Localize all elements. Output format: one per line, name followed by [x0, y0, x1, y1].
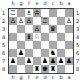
- file-label-bottom-h: h: [9, 74, 17, 80]
- rank-label-left-2: 2: [0, 17, 7, 25]
- square-e4[interactable]: ♘: [33, 33, 41, 41]
- square-c5[interactable]: [49, 41, 57, 49]
- white-pawn-glyph-f2: ♙: [26, 17, 32, 25]
- square-b5[interactable]: [57, 41, 65, 49]
- black-pawn-glyph-g6: ♟: [18, 49, 24, 57]
- square-a4[interactable]: [65, 33, 73, 41]
- black-pawn-glyph-f7: ♟: [26, 57, 32, 65]
- square-e8[interactable]: ♜: [33, 65, 41, 73]
- black-pawn-glyph-c7: ♟: [50, 57, 56, 65]
- file-label-bottom-b: b: [57, 74, 65, 80]
- square-e6[interactable]: [33, 49, 41, 57]
- square-g1[interactable]: [17, 9, 25, 17]
- file-label-top-g: g: [17, 0, 25, 7]
- file-labels-bottom: hgfedcba: [9, 74, 73, 80]
- rank-label-left-6: 6: [0, 49, 7, 57]
- square-g3[interactable]: [17, 25, 25, 33]
- square-c1[interactable]: [49, 9, 57, 17]
- black-knight-glyph-c6: ♞: [50, 49, 56, 57]
- square-h8[interactable]: [9, 65, 17, 73]
- square-b2[interactable]: [57, 17, 65, 25]
- rank-label-left-7: 7: [0, 57, 7, 65]
- file-label-bottom-a: a: [65, 74, 73, 80]
- white-king-glyph-e1: ♔: [34, 9, 40, 17]
- square-h5[interactable]: [9, 41, 17, 49]
- square-h4[interactable]: [9, 33, 17, 41]
- rank-label-right-4: 4: [74, 33, 80, 41]
- white-pawn-glyph-e3: ♙: [34, 25, 40, 33]
- square-f1[interactable]: ♗: [25, 9, 33, 17]
- file-label-top-e: e: [33, 0, 41, 7]
- square-g5[interactable]: [17, 41, 25, 49]
- square-d3[interactable]: [41, 25, 49, 33]
- rank-label-right-3: 3: [74, 25, 80, 33]
- square-g2[interactable]: ♙: [17, 17, 25, 25]
- square-f6[interactable]: [25, 49, 33, 57]
- black-king-glyph-d8: ♚: [42, 65, 48, 73]
- file-labels-top: hgfedcba: [9, 0, 73, 7]
- square-a5[interactable]: [65, 41, 73, 49]
- square-d2[interactable]: ♖: [41, 17, 49, 25]
- file-label-top-f: f: [25, 0, 33, 7]
- square-b8[interactable]: [57, 65, 65, 73]
- square-b3[interactable]: [57, 25, 65, 33]
- square-d8[interactable]: ♚: [41, 65, 49, 73]
- black-pawn-glyph-h7: ♟: [10, 57, 16, 65]
- square-h2[interactable]: ♙: [9, 17, 17, 25]
- rank-label-right-7: 7: [74, 57, 80, 65]
- file-label-bottom-d: d: [41, 74, 49, 80]
- square-e3[interactable]: ♙: [33, 25, 41, 33]
- square-d5[interactable]: [41, 41, 49, 49]
- square-e5[interactable]: [33, 41, 41, 49]
- square-h6[interactable]: [9, 49, 17, 57]
- file-label-bottom-g: g: [17, 74, 25, 80]
- square-b7[interactable]: ♟: [57, 57, 65, 65]
- rank-labels-right: 12345678: [74, 9, 80, 73]
- square-a6[interactable]: [65, 49, 73, 57]
- white-pawn-glyph-h2: ♙: [10, 17, 16, 25]
- black-pawn-glyph-a7: ♟: [66, 57, 72, 65]
- black-rook-glyph-e8: ♜: [34, 65, 40, 73]
- square-g6[interactable]: ♟: [17, 49, 25, 57]
- rank-label-left-1: 1: [0, 9, 7, 17]
- rank-label-right-2: 2: [74, 17, 80, 25]
- file-label-bottom-f: f: [25, 74, 33, 80]
- white-knight-glyph-e4: ♘: [34, 33, 40, 41]
- square-d4[interactable]: [41, 33, 49, 41]
- rank-label-left-3: 3: [0, 25, 7, 33]
- file-label-top-d: d: [41, 0, 49, 7]
- file-label-top-c: c: [49, 0, 57, 7]
- square-b4[interactable]: [57, 33, 65, 41]
- square-a2[interactable]: ♙: [65, 17, 73, 25]
- rank-label-left-8: 8: [0, 65, 7, 73]
- square-f4[interactable]: ♝: [25, 33, 33, 41]
- square-a8[interactable]: [65, 65, 73, 73]
- square-b6[interactable]: [57, 49, 65, 57]
- square-c2[interactable]: [49, 17, 57, 25]
- chess-board: ♖♗♔♙♙♙♖♙♙♛♝♘♟♞♟♟♟♟♟♟♜♚♜: [8, 8, 74, 74]
- square-c6[interactable]: ♞: [49, 49, 57, 57]
- rank-label-left-4: 4: [0, 33, 7, 41]
- square-h7[interactable]: ♟: [9, 57, 17, 65]
- white-pawn-glyph-g2: ♙: [18, 17, 24, 25]
- square-h3[interactable]: [9, 25, 17, 33]
- square-a1[interactable]: [65, 9, 73, 17]
- rank-label-right-8: 8: [74, 65, 80, 73]
- black-pawn-glyph-d7: ♟: [42, 57, 48, 65]
- square-f8[interactable]: [25, 65, 33, 73]
- square-f2[interactable]: ♙: [25, 17, 33, 25]
- square-c7[interactable]: ♟: [49, 57, 57, 65]
- square-e7[interactable]: [33, 57, 41, 65]
- square-c8[interactable]: ♜: [49, 65, 57, 73]
- rank-labels-left: 12345678: [0, 9, 7, 73]
- square-e1[interactable]: ♔: [33, 9, 41, 17]
- rank-label-right-5: 5: [74, 41, 80, 49]
- white-rook-glyph-h1: ♖: [10, 9, 16, 17]
- square-f3[interactable]: [25, 25, 33, 33]
- rank-label-left-5: 5: [0, 41, 7, 49]
- square-b1[interactable]: [57, 9, 65, 17]
- square-a7[interactable]: ♟: [65, 57, 73, 65]
- white-pawn-glyph-a2: ♙: [66, 17, 72, 25]
- square-c3[interactable]: ♛: [49, 25, 57, 33]
- square-d7[interactable]: ♟: [41, 57, 49, 65]
- white-bishop-glyph-f1: ♗: [26, 9, 32, 17]
- black-pawn-glyph-b7: ♟: [58, 57, 64, 65]
- black-rook-glyph-c8: ♜: [50, 65, 56, 73]
- chess-diagram: hgfedcba 12345678 ♖♗♔♙♙♙♖♙♙♛♝♘♟♞♟♟♟♟♟♟♜♚…: [0, 0, 80, 80]
- square-a3[interactable]: [65, 25, 73, 33]
- white-rook-glyph-d2: ♖: [42, 17, 48, 25]
- file-label-top-b: b: [57, 0, 65, 7]
- rank-label-right-1: 1: [74, 9, 80, 17]
- file-label-bottom-e: e: [33, 74, 41, 80]
- square-f5[interactable]: [25, 41, 33, 49]
- file-label-top-a: a: [65, 0, 73, 7]
- rank-label-right-6: 6: [74, 49, 80, 57]
- square-g7[interactable]: [17, 57, 25, 65]
- file-label-bottom-c: c: [49, 74, 57, 80]
- black-bishop-glyph-f4: ♝: [26, 33, 32, 41]
- square-d1[interactable]: [41, 9, 49, 17]
- black-queen-glyph-c3: ♛: [50, 25, 56, 33]
- square-e2[interactable]: [33, 17, 41, 25]
- square-c4[interactable]: [49, 33, 57, 41]
- square-f7[interactable]: ♟: [25, 57, 33, 65]
- square-g8[interactable]: [17, 65, 25, 73]
- square-d6[interactable]: [41, 49, 49, 57]
- square-h1[interactable]: ♖: [9, 9, 17, 17]
- file-label-top-h: h: [9, 0, 17, 7]
- square-g4[interactable]: [17, 33, 25, 41]
